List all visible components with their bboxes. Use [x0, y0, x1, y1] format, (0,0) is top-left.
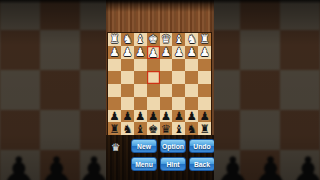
square-h1[interactable]: ♜: [108, 33, 121, 46]
square-g3[interactable]: [121, 59, 134, 72]
square-d5[interactable]: [160, 84, 173, 97]
square-h2[interactable]: ♟: [108, 46, 121, 59]
square-c7[interactable]: ♟: [172, 110, 185, 123]
white-pawn: ♟: [199, 46, 209, 58]
white-queen: ♛: [161, 33, 171, 45]
square-c6[interactable]: [172, 97, 185, 110]
black-rook: ♜: [199, 123, 209, 135]
square-e6[interactable]: [147, 97, 160, 110]
control-panel: ♛ New Option Undo Menu Hint Back: [106, 135, 214, 180]
backdrop-pawn-silhouette: ♟: [75, 152, 106, 180]
new-button[interactable]: New: [131, 139, 157, 153]
square-a5[interactable]: [198, 84, 211, 97]
white-rook: ♜: [109, 33, 119, 45]
square-e3[interactable]: [147, 59, 160, 72]
square-a4[interactable]: [198, 71, 211, 84]
square-f3[interactable]: [134, 59, 147, 72]
square-f7[interactable]: ♟: [134, 110, 147, 123]
square-e5[interactable]: [147, 84, 160, 97]
black-pawn: ♟: [122, 110, 132, 122]
black-knight: ♞: [122, 123, 132, 135]
white-pawn: ♟: [187, 46, 197, 58]
hint-button[interactable]: Hint: [160, 157, 186, 171]
square-e4[interactable]: [147, 71, 160, 84]
back-button[interactable]: Back: [189, 157, 214, 171]
square-c1[interactable]: ♝: [172, 33, 185, 46]
square-f1[interactable]: ♝: [134, 33, 147, 46]
white-pawn: ♟: [109, 46, 119, 58]
square-a3[interactable]: [198, 59, 211, 72]
square-a7[interactable]: ♟: [198, 110, 211, 123]
square-c3[interactable]: [172, 59, 185, 72]
square-a8[interactable]: ♜: [198, 122, 211, 135]
square-g1[interactable]: ♞: [121, 33, 134, 46]
square-g4[interactable]: [121, 71, 134, 84]
backdrop-pawn-silhouette: ♟: [289, 152, 320, 180]
square-e8[interactable]: ♚: [147, 122, 160, 135]
white-bishop: ♝: [174, 33, 184, 45]
black-pawn: ♟: [174, 110, 184, 122]
square-c4[interactable]: [172, 71, 185, 84]
square-h7[interactable]: ♟: [108, 110, 121, 123]
square-f8[interactable]: ♝: [134, 122, 147, 135]
black-knight: ♞: [187, 123, 197, 135]
square-c5[interactable]: [172, 84, 185, 97]
square-h8[interactable]: ♜: [108, 122, 121, 135]
white-pawn: ♟: [135, 46, 145, 58]
square-b4[interactable]: [185, 71, 198, 84]
white-rook: ♜: [199, 33, 209, 45]
blurred-backdrop-right: ♟♟♟: [214, 0, 320, 180]
square-a2[interactable]: ♟: [198, 46, 211, 59]
square-a1[interactable]: ♜: [198, 33, 211, 46]
white-bishop: ♝: [135, 33, 145, 45]
black-bishop: ♝: [174, 123, 184, 135]
black-pawn: ♟: [148, 110, 158, 122]
backdrop-pawns-right: ♟♟♟: [214, 152, 320, 180]
screenshot-root: ♟♟♟ ♟♟♟ ♜♞♝♚♛♝♞♜♟♟♟♟♟♟♟♟♟♟♟♟♟♟♟♜♞♝♚♛♝♞♜ …: [0, 0, 320, 180]
backdrop-pawn-silhouette: ♟: [0, 152, 38, 180]
chess-board: ♜♞♝♚♛♝♞♜♟♟♟♟♟♟♟♟♟♟♟♟♟♟♟♜♞♝♚♛♝♞♜ ♟: [108, 33, 211, 135]
white-pawn: ♟: [161, 46, 171, 58]
square-f4[interactable]: [134, 71, 147, 84]
square-g5[interactable]: [121, 84, 134, 97]
square-g6[interactable]: [121, 97, 134, 110]
square-g8[interactable]: ♞: [121, 122, 134, 135]
square-h6[interactable]: [108, 97, 121, 110]
black-pawn: ♟: [199, 110, 209, 122]
square-d8[interactable]: ♛: [160, 122, 173, 135]
black-pawn: ♟: [109, 110, 119, 122]
white-king: ♚: [148, 33, 158, 45]
backdrop-pawn-silhouette: ♟: [252, 152, 290, 180]
square-b5[interactable]: [185, 84, 198, 97]
black-bishop: ♝: [135, 123, 145, 135]
square-h4[interactable]: [108, 71, 121, 84]
backdrop-pawns-left: ♟♟♟: [0, 152, 106, 180]
square-h5[interactable]: [108, 84, 121, 97]
square-b3[interactable]: [185, 59, 198, 72]
square-b2[interactable]: ♟: [185, 46, 198, 59]
square-g2[interactable]: ♟: [121, 46, 134, 59]
black-king: ♚: [148, 123, 158, 135]
square-e7[interactable]: ♟: [147, 110, 160, 123]
square-b1[interactable]: ♞: [185, 33, 198, 46]
blurred-backdrop-left: ♟♟♟: [0, 0, 106, 180]
square-b6[interactable]: [185, 97, 198, 110]
white-knight: ♞: [122, 33, 132, 45]
black-pawn: ♟: [135, 110, 145, 122]
white-pawn: ♟: [174, 46, 184, 58]
backdrop-pawn-silhouette: ♟: [214, 152, 252, 180]
square-e1[interactable]: ♚: [147, 33, 160, 46]
chess-app-screen: ♜♞♝♚♛♝♞♜♟♟♟♟♟♟♟♟♟♟♟♟♟♟♟♜♞♝♚♛♝♞♜ ♟ ♛ New …: [106, 0, 214, 180]
square-d3[interactable]: [160, 59, 173, 72]
square-f6[interactable]: [134, 97, 147, 110]
moving-white-pawn: ♟: [147, 47, 160, 60]
menu-button[interactable]: Menu: [131, 157, 157, 171]
option-button[interactable]: Option: [160, 139, 186, 153]
black-pawn: ♟: [187, 110, 197, 122]
square-d6[interactable]: [160, 97, 173, 110]
square-d2[interactable]: ♟: [160, 46, 173, 59]
black-queen: ♛: [161, 123, 171, 135]
white-knight: ♞: [187, 33, 197, 45]
black-rook: ♜: [109, 123, 119, 135]
square-a6[interactable]: [198, 97, 211, 110]
backdrop-pawn-silhouette: ♟: [38, 152, 76, 180]
square-d4[interactable]: [160, 71, 173, 84]
square-g7[interactable]: ♟: [121, 110, 134, 123]
square-f2[interactable]: ♟: [134, 46, 147, 59]
square-c8[interactable]: ♝: [172, 122, 185, 135]
black-pawn: ♟: [161, 110, 171, 122]
square-c2[interactable]: ♟: [172, 46, 185, 59]
white-pawn-piece: ♟: [148, 47, 158, 59]
square-b7[interactable]: ♟: [185, 110, 198, 123]
square-d1[interactable]: ♛: [160, 33, 173, 46]
square-d7[interactable]: ♟: [160, 110, 173, 123]
square-b8[interactable]: ♞: [185, 122, 198, 135]
white-pawn: ♟: [122, 46, 132, 58]
square-h3[interactable]: [108, 59, 121, 72]
square-f5[interactable]: [134, 84, 147, 97]
undo-button[interactable]: Undo: [189, 139, 214, 153]
white-queen-icon: ♛: [111, 142, 120, 153]
